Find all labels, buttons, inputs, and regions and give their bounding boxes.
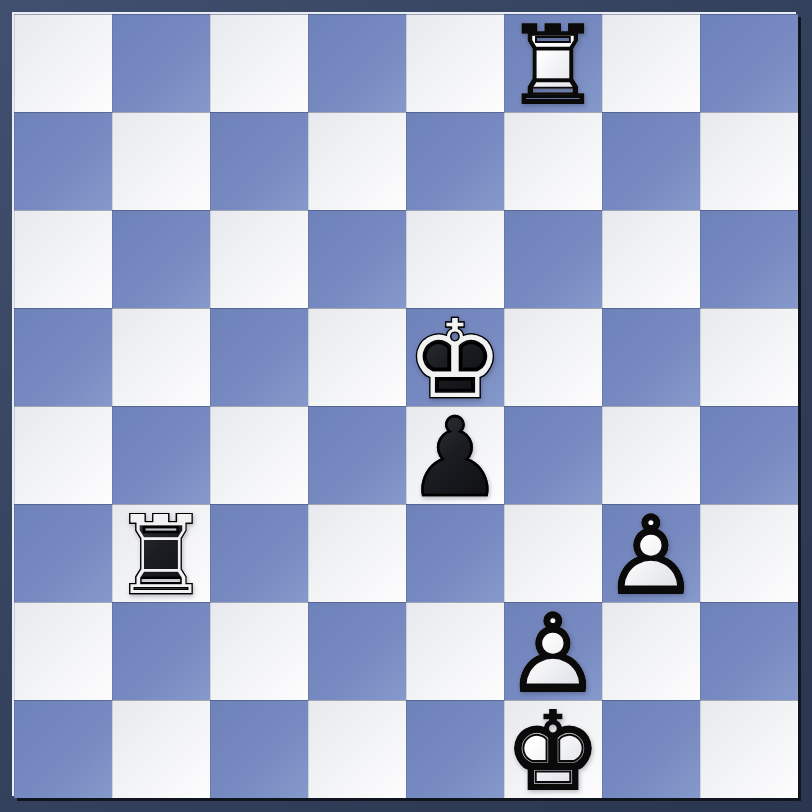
king-glyph-fill: ♚ [406, 311, 504, 409]
square-a1[interactable] [14, 700, 112, 798]
square-c3[interactable] [210, 504, 308, 602]
square-h6[interactable] [700, 210, 798, 308]
square-d6[interactable] [308, 210, 406, 308]
square-c1[interactable] [210, 700, 308, 798]
pawn-glyph-outline: ♙ [602, 507, 700, 605]
square-e5[interactable]: ♚♔ [406, 308, 504, 406]
square-f8[interactable]: ♜♖ [504, 14, 602, 112]
square-g3[interactable]: ♟♙ [602, 504, 700, 602]
king-glyph-fill: ♚ [504, 703, 602, 801]
square-f2[interactable]: ♟♙ [504, 602, 602, 700]
square-a8[interactable] [14, 14, 112, 112]
square-g1[interactable] [602, 700, 700, 798]
king-glyph-outline: ♔ [406, 311, 504, 409]
square-e2[interactable] [406, 602, 504, 700]
square-c5[interactable] [210, 308, 308, 406]
square-f6[interactable] [504, 210, 602, 308]
square-b4[interactable] [112, 406, 210, 504]
pawn-glyph-fill: ♟ [406, 409, 504, 507]
white-pawn[interactable]: ♟♙ [504, 602, 602, 700]
rook-glyph-fill: ♜ [112, 507, 210, 605]
square-b5[interactable] [112, 308, 210, 406]
square-c7[interactable] [210, 112, 308, 210]
square-g7[interactable] [602, 112, 700, 210]
square-e6[interactable] [406, 210, 504, 308]
pawn-glyph-outline: ♙ [504, 605, 602, 703]
square-a6[interactable] [14, 210, 112, 308]
chess-board: ♜♖♚♔♟♙♜♖♟♙♟♙♚♔ [14, 14, 798, 798]
square-e1[interactable] [406, 700, 504, 798]
rook-glyph-outline: ♖ [112, 507, 210, 605]
black-king[interactable]: ♚♔ [406, 308, 504, 406]
square-b8[interactable] [112, 14, 210, 112]
square-b1[interactable] [112, 700, 210, 798]
square-f1[interactable]: ♚♔ [504, 700, 602, 798]
rook-glyph-fill: ♜ [504, 17, 602, 115]
square-b6[interactable] [112, 210, 210, 308]
square-c8[interactable] [210, 14, 308, 112]
board-frame: ♜♖♚♔♟♙♜♖♟♙♟♙♚♔ [0, 0, 812, 812]
square-g5[interactable] [602, 308, 700, 406]
square-h7[interactable] [700, 112, 798, 210]
rook-glyph-outline: ♖ [504, 17, 602, 115]
square-a7[interactable] [14, 112, 112, 210]
pawn-glyph-fill: ♟ [602, 507, 700, 605]
white-rook[interactable]: ♜♖ [504, 14, 602, 112]
king-glyph-outline: ♔ [504, 703, 602, 801]
square-a4[interactable] [14, 406, 112, 504]
square-d7[interactable] [308, 112, 406, 210]
square-c4[interactable] [210, 406, 308, 504]
square-e4[interactable]: ♟♙ [406, 406, 504, 504]
square-d8[interactable] [308, 14, 406, 112]
square-b3[interactable]: ♜♖ [112, 504, 210, 602]
square-a3[interactable] [14, 504, 112, 602]
square-e3[interactable] [406, 504, 504, 602]
square-c2[interactable] [210, 602, 308, 700]
square-d3[interactable] [308, 504, 406, 602]
square-h8[interactable] [700, 14, 798, 112]
square-b7[interactable] [112, 112, 210, 210]
square-a5[interactable] [14, 308, 112, 406]
square-h4[interactable] [700, 406, 798, 504]
square-e7[interactable] [406, 112, 504, 210]
square-e8[interactable] [406, 14, 504, 112]
black-pawn[interactable]: ♟♙ [406, 406, 504, 504]
square-g6[interactable] [602, 210, 700, 308]
square-a2[interactable] [14, 602, 112, 700]
square-h5[interactable] [700, 308, 798, 406]
square-c6[interactable] [210, 210, 308, 308]
pawn-glyph-fill: ♟ [504, 605, 602, 703]
square-g4[interactable] [602, 406, 700, 504]
square-f5[interactable] [504, 308, 602, 406]
square-d4[interactable] [308, 406, 406, 504]
square-h1[interactable] [700, 700, 798, 798]
square-f3[interactable] [504, 504, 602, 602]
square-d2[interactable] [308, 602, 406, 700]
square-f4[interactable] [504, 406, 602, 504]
white-pawn[interactable]: ♟♙ [602, 504, 700, 602]
square-g8[interactable] [602, 14, 700, 112]
square-f7[interactable] [504, 112, 602, 210]
square-b2[interactable] [112, 602, 210, 700]
square-h2[interactable] [700, 602, 798, 700]
black-rook[interactable]: ♜♖ [112, 504, 210, 602]
square-h3[interactable] [700, 504, 798, 602]
square-d5[interactable] [308, 308, 406, 406]
white-king[interactable]: ♚♔ [504, 700, 602, 798]
square-g2[interactable] [602, 602, 700, 700]
square-d1[interactable] [308, 700, 406, 798]
